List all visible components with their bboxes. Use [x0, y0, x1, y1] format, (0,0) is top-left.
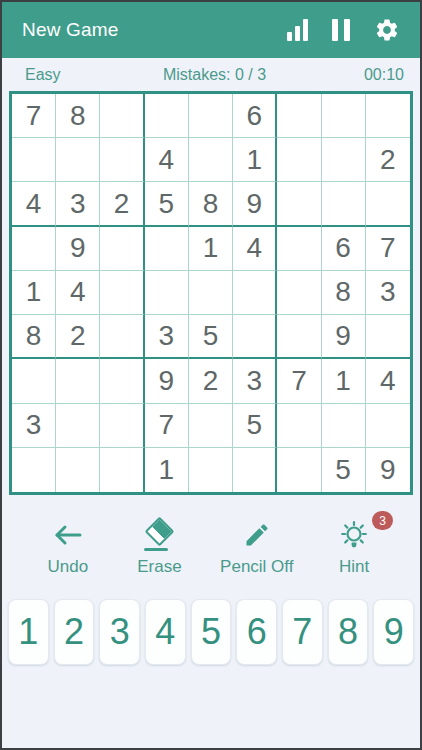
- sudoku-cell-r9c6[interactable]: [233, 448, 277, 492]
- sudoku-cell-r6c8[interactable]: 9: [322, 315, 366, 359]
- sudoku-cell-r6c7[interactable]: [277, 315, 321, 359]
- sudoku-cell-r3c3[interactable]: 2: [100, 182, 144, 226]
- erase-button[interactable]: Erase: [128, 519, 190, 577]
- sudoku-cell-r3c7[interactable]: [277, 182, 321, 226]
- sudoku-cell-r8c5[interactable]: [189, 404, 233, 448]
- sudoku-cell-r1c8[interactable]: [322, 94, 366, 138]
- sudoku-cell-r9c5[interactable]: [189, 448, 233, 492]
- sudoku-cell-r5c5[interactable]: [189, 271, 233, 315]
- sudoku-cell-r6c5[interactable]: 5: [189, 315, 233, 359]
- sudoku-cell-r6c2[interactable]: 2: [56, 315, 100, 359]
- toolbar: Undo Erase Pencil Off 3: [2, 511, 420, 577]
- sudoku-cell-r2c7[interactable]: [277, 138, 321, 182]
- sudoku-cell-r7c3[interactable]: [100, 359, 144, 403]
- sudoku-cell-r7c8[interactable]: 1: [322, 359, 366, 403]
- erase-label: Erase: [137, 557, 181, 577]
- sudoku-cell-r8c4[interactable]: 7: [145, 404, 189, 448]
- sudoku-cell-r9c8[interactable]: 5: [322, 448, 366, 492]
- pencil-icon: [243, 519, 271, 551]
- sudoku-cell-r3c9[interactable]: [366, 182, 410, 226]
- sudoku-cell-r2c8[interactable]: [322, 138, 366, 182]
- sudoku-cell-r8c9[interactable]: [366, 404, 410, 448]
- sudoku-cell-r7c1[interactable]: [12, 359, 56, 403]
- sudoku-cell-r6c3[interactable]: [100, 315, 144, 359]
- numpad-button-4[interactable]: 4: [145, 599, 186, 665]
- eraser-icon: [142, 519, 176, 551]
- sudoku-cell-r3c2[interactable]: 3: [56, 182, 100, 226]
- sudoku-cell-r2c6[interactable]: 1: [233, 138, 277, 182]
- sudoku-cell-r2c5[interactable]: [189, 138, 233, 182]
- sudoku-cell-r9c4[interactable]: 1: [145, 448, 189, 492]
- sudoku-board: 78641243258991467148382359923714375159: [9, 91, 413, 495]
- sudoku-cell-r4c4[interactable]: [145, 227, 189, 271]
- sudoku-cell-r1c1[interactable]: 7: [12, 94, 56, 138]
- sudoku-cell-r3c1[interactable]: 4: [12, 182, 56, 226]
- settings-gear-icon[interactable]: [374, 17, 400, 43]
- numpad-button-5[interactable]: 5: [191, 599, 232, 665]
- numpad-button-2[interactable]: 2: [54, 599, 95, 665]
- sudoku-cell-r3c8[interactable]: [322, 182, 366, 226]
- numpad-button-9[interactable]: 9: [373, 599, 414, 665]
- sudoku-cell-r5c4[interactable]: [145, 271, 189, 315]
- app-window: New Game Easy Mistakes: 0 / 3 00:10 7864…: [0, 0, 422, 750]
- top-bar: New Game: [2, 2, 420, 58]
- sudoku-cell-r4c2[interactable]: 9: [56, 227, 100, 271]
- sudoku-cell-r9c2[interactable]: [56, 448, 100, 492]
- sudoku-cell-r3c5[interactable]: 8: [189, 182, 233, 226]
- sudoku-cell-r4c8[interactable]: 6: [322, 227, 366, 271]
- sudoku-cell-r1c3[interactable]: [100, 94, 144, 138]
- undo-arrow-icon: [52, 519, 84, 551]
- sudoku-cell-r5c1[interactable]: 1: [12, 271, 56, 315]
- sudoku-cell-r9c9[interactable]: 9: [366, 448, 410, 492]
- undo-button[interactable]: Undo: [37, 519, 99, 577]
- numpad-button-8[interactable]: 8: [328, 599, 369, 665]
- numpad-button-3[interactable]: 3: [99, 599, 140, 665]
- sudoku-cell-r2c9[interactable]: 2: [366, 138, 410, 182]
- pencil-label: Pencil Off: [220, 557, 293, 577]
- pause-icon[interactable]: [332, 19, 350, 41]
- sudoku-cell-r3c4[interactable]: 5: [145, 182, 189, 226]
- sudoku-cell-r4c6[interactable]: 4: [233, 227, 277, 271]
- sudoku-cell-r9c7[interactable]: [277, 448, 321, 492]
- sudoku-cell-r4c3[interactable]: [100, 227, 144, 271]
- hint-label: Hint: [339, 557, 369, 577]
- difficulty-label: Easy: [16, 66, 120, 84]
- sudoku-cell-r4c9[interactable]: 7: [366, 227, 410, 271]
- top-bar-icons: [287, 17, 400, 43]
- sudoku-cell-r8c1[interactable]: 3: [12, 404, 56, 448]
- sudoku-cell-r2c1[interactable]: [12, 138, 56, 182]
- sudoku-cell-r7c9[interactable]: 4: [366, 359, 410, 403]
- sudoku-cell-r6c4[interactable]: 3: [145, 315, 189, 359]
- number-pad: 123456789: [2, 599, 420, 665]
- lightbulb-icon: [338, 519, 370, 551]
- sudoku-cell-r7c2[interactable]: [56, 359, 100, 403]
- sudoku-cell-r1c6[interactable]: 6: [233, 94, 277, 138]
- sudoku-cell-r7c4[interactable]: 9: [145, 359, 189, 403]
- stats-icon[interactable]: [287, 19, 308, 41]
- sudoku-cell-r8c3[interactable]: [100, 404, 144, 448]
- sudoku-cell-r5c8[interactable]: 8: [322, 271, 366, 315]
- sudoku-cell-r4c7[interactable]: [277, 227, 321, 271]
- sudoku-cell-r4c1[interactable]: [12, 227, 56, 271]
- sudoku-cell-r1c7[interactable]: [277, 94, 321, 138]
- sudoku-cell-r9c1[interactable]: [12, 448, 56, 492]
- sudoku-cell-r7c5[interactable]: 2: [189, 359, 233, 403]
- hint-count-badge: 3: [372, 511, 393, 530]
- sudoku-cell-r6c6[interactable]: [233, 315, 277, 359]
- sudoku-cell-r7c7[interactable]: 7: [277, 359, 321, 403]
- status-row: Easy Mistakes: 0 / 3 00:10: [2, 58, 420, 91]
- sudoku-cell-r7c6[interactable]: 3: [233, 359, 277, 403]
- page-title: New Game: [22, 19, 119, 41]
- sudoku-cell-r8c6[interactable]: 5: [233, 404, 277, 448]
- sudoku-cell-r5c3[interactable]: [100, 271, 144, 315]
- sudoku-cell-r1c5[interactable]: [189, 94, 233, 138]
- sudoku-cell-r8c2[interactable]: [56, 404, 100, 448]
- sudoku-cell-r2c4[interactable]: 4: [145, 138, 189, 182]
- sudoku-cell-r2c3[interactable]: [100, 138, 144, 182]
- hint-button[interactable]: 3 Hint: [323, 519, 385, 577]
- sudoku-cell-r5c9[interactable]: 3: [366, 271, 410, 315]
- numpad-button-6[interactable]: 6: [236, 599, 277, 665]
- sudoku-cell-r9c3[interactable]: [100, 448, 144, 492]
- sudoku-cell-r1c4[interactable]: [145, 94, 189, 138]
- sudoku-cell-r6c9[interactable]: [366, 315, 410, 359]
- sudoku-cell-r1c2[interactable]: 8: [56, 94, 100, 138]
- sudoku-cell-r5c7[interactable]: [277, 271, 321, 315]
- sudoku-cell-r6c1[interactable]: 8: [12, 315, 56, 359]
- numpad-button-7[interactable]: 7: [282, 599, 323, 665]
- sudoku-cell-r8c7[interactable]: [277, 404, 321, 448]
- sudoku-cell-r5c6[interactable]: [233, 271, 277, 315]
- undo-label: Undo: [47, 557, 88, 577]
- sudoku-cell-r8c8[interactable]: [322, 404, 366, 448]
- sudoku-cell-r1c9[interactable]: [366, 94, 410, 138]
- pencil-toggle-button[interactable]: Pencil Off: [220, 519, 293, 577]
- sudoku-cell-r2c2[interactable]: [56, 138, 100, 182]
- sudoku-cell-r5c2[interactable]: 4: [56, 271, 100, 315]
- sudoku-cell-r4c5[interactable]: 1: [189, 227, 233, 271]
- mistakes-label: Mistakes: 0 / 3: [120, 66, 310, 84]
- timer-label: 00:10: [309, 66, 406, 84]
- numpad-button-1[interactable]: 1: [8, 599, 49, 665]
- sudoku-cell-r3c6[interactable]: 9: [233, 182, 277, 226]
